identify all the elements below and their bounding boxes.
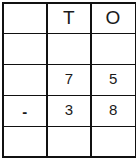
cell-minus-operator: - bbox=[4, 96, 47, 125]
cell-regroup-ones[interactable] bbox=[92, 34, 135, 63]
cell-corner-blank bbox=[4, 4, 47, 33]
cell-answer-ones[interactable] bbox=[92, 127, 135, 156]
cell-minuend-tens: 7 bbox=[48, 65, 91, 94]
cell-regroup-left-blank bbox=[4, 34, 47, 63]
cell-header-ones: O bbox=[92, 4, 135, 33]
cell-minuend-left-blank bbox=[4, 65, 47, 94]
cell-minuend-ones: 5 bbox=[92, 65, 135, 94]
subtraction-grid: T O 7 5 - 3 8 bbox=[2, 2, 136, 158]
cell-subtrahend-ones: 8 bbox=[92, 96, 135, 125]
cell-answer-left-blank bbox=[4, 127, 47, 156]
cell-subtrahend-tens: 3 bbox=[48, 96, 91, 125]
cell-regroup-tens[interactable] bbox=[48, 34, 91, 63]
cell-answer-tens[interactable] bbox=[48, 127, 91, 156]
cell-header-tens: T bbox=[48, 4, 91, 33]
